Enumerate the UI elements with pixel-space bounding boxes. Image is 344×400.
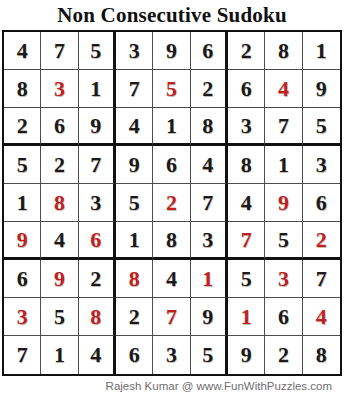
cell-r5c1: 1 [4, 184, 41, 222]
cell-r6c7: 7 [228, 222, 265, 260]
cell-r5c4: 5 [116, 184, 153, 222]
cell-r2c1: 8 [4, 70, 41, 108]
cell-r4c1: 5 [4, 146, 41, 184]
cell-r2c7: 6 [228, 70, 265, 108]
cell-r4c2: 2 [41, 146, 78, 184]
cell-r2c9: 9 [303, 70, 340, 108]
cell-r9c3: 4 [79, 336, 116, 374]
puzzle-page: Non Consecutive Sudoku 47539628183175264… [0, 0, 344, 400]
cell-r6c6: 3 [191, 222, 228, 260]
cell-r8c7: 1 [228, 298, 265, 336]
cell-r2c3: 1 [79, 70, 116, 108]
cell-r6c4: 1 [116, 222, 153, 260]
cell-r6c3: 6 [79, 222, 116, 260]
cell-r7c7: 5 [228, 260, 265, 298]
cell-r2c6: 2 [191, 70, 228, 108]
cell-r9c9: 8 [303, 336, 340, 374]
cell-r3c4: 4 [116, 108, 153, 146]
cell-r1c4: 3 [116, 32, 153, 70]
cell-r9c2: 1 [41, 336, 78, 374]
cell-r4c7: 8 [228, 146, 265, 184]
cell-r9c1: 7 [4, 336, 41, 374]
cell-r4c3: 7 [79, 146, 116, 184]
cell-r6c1: 9 [4, 222, 41, 260]
cell-r6c2: 4 [41, 222, 78, 260]
cell-r7c3: 2 [79, 260, 116, 298]
cell-r8c6: 9 [191, 298, 228, 336]
cell-r6c8: 5 [265, 222, 302, 260]
cell-r3c6: 8 [191, 108, 228, 146]
cell-r8c8: 6 [265, 298, 302, 336]
cell-r9c6: 5 [191, 336, 228, 374]
cell-r8c1: 3 [4, 298, 41, 336]
cell-r9c5: 3 [153, 336, 190, 374]
cell-r1c2: 7 [41, 32, 78, 70]
cell-r2c8: 4 [265, 70, 302, 108]
cell-r7c8: 3 [265, 260, 302, 298]
cell-r7c5: 4 [153, 260, 190, 298]
cell-r4c8: 1 [265, 146, 302, 184]
cell-r5c5: 2 [153, 184, 190, 222]
page-title: Non Consecutive Sudoku [0, 3, 344, 28]
cell-r1c5: 9 [153, 32, 190, 70]
cell-r5c2: 8 [41, 184, 78, 222]
cell-r4c5: 6 [153, 146, 190, 184]
cell-r3c8: 7 [265, 108, 302, 146]
cell-r5c7: 4 [228, 184, 265, 222]
cell-r2c2: 3 [41, 70, 78, 108]
cell-r3c9: 5 [303, 108, 340, 146]
cell-r7c2: 9 [41, 260, 78, 298]
cell-r5c9: 6 [303, 184, 340, 222]
cell-r7c9: 7 [303, 260, 340, 298]
cell-r4c6: 4 [191, 146, 228, 184]
cell-r1c3: 5 [79, 32, 116, 70]
cell-r6c5: 8 [153, 222, 190, 260]
cell-r3c2: 6 [41, 108, 78, 146]
cell-r2c5: 5 [153, 70, 190, 108]
cell-r1c9: 1 [303, 32, 340, 70]
cell-r7c6: 1 [191, 260, 228, 298]
cell-r5c3: 3 [79, 184, 116, 222]
cell-r9c8: 2 [265, 336, 302, 374]
cell-r5c8: 9 [265, 184, 302, 222]
cell-r8c5: 7 [153, 298, 190, 336]
cell-r6c9: 2 [303, 222, 340, 260]
cell-r3c1: 2 [4, 108, 41, 146]
sudoku-grid: 4753962818317526492694183755279648131835… [2, 30, 342, 376]
cell-r8c2: 5 [41, 298, 78, 336]
cell-r1c7: 2 [228, 32, 265, 70]
cell-r8c4: 2 [116, 298, 153, 336]
cell-r1c6: 6 [191, 32, 228, 70]
cell-r8c3: 8 [79, 298, 116, 336]
cell-r4c9: 3 [303, 146, 340, 184]
cell-r4c4: 9 [116, 146, 153, 184]
credit-text: Rajesh Kumar @ www.FunWithPuzzles.com [106, 380, 332, 392]
cell-r3c5: 1 [153, 108, 190, 146]
cell-r2c4: 7 [116, 70, 153, 108]
cell-r1c1: 4 [4, 32, 41, 70]
cell-r1c8: 8 [265, 32, 302, 70]
cell-r7c4: 8 [116, 260, 153, 298]
cell-r3c3: 9 [79, 108, 116, 146]
cell-r7c1: 6 [4, 260, 41, 298]
cell-r8c9: 4 [303, 298, 340, 336]
cell-r5c6: 7 [191, 184, 228, 222]
cell-r9c7: 9 [228, 336, 265, 374]
cell-r3c7: 3 [228, 108, 265, 146]
cell-r9c4: 6 [116, 336, 153, 374]
